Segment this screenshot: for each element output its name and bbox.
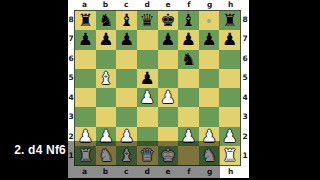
square-e6 <box>158 50 179 69</box>
white-pawn: ♟ <box>140 89 155 106</box>
rank-label-2: 2 <box>241 127 249 147</box>
square-a6 <box>75 50 96 69</box>
square-d8: ♛ <box>137 11 158 30</box>
square-d4: ♟ <box>137 88 158 107</box>
black-knight: ♞ <box>98 12 113 29</box>
black-pawn: ♟ <box>78 31 93 48</box>
square-h1: ♜ <box>219 146 240 165</box>
square-h4 <box>219 88 240 107</box>
square-g7: ♟ <box>199 30 220 49</box>
file-label-h: h <box>220 166 241 178</box>
square-h2: ♟ <box>219 127 240 146</box>
square-f5 <box>178 69 199 88</box>
black-pawn: ♟ <box>201 31 216 48</box>
square-b6 <box>96 50 117 69</box>
square-a7: ♟ <box>75 30 96 49</box>
square-a4 <box>75 88 96 107</box>
white-rook: ♜ <box>222 146 237 163</box>
black-rook: ♜ <box>222 12 237 29</box>
square-c7: ♟ <box>116 30 137 49</box>
move-origin-dot <box>207 19 211 23</box>
square-a5 <box>75 69 96 88</box>
square-e4: ♟ <box>158 88 179 107</box>
black-pawn: ♟ <box>222 31 237 48</box>
white-pawn: ♟ <box>160 89 175 106</box>
square-c8: ♝ <box>116 11 137 30</box>
square-a8: ♜ <box>75 11 96 30</box>
black-pawn: ♟ <box>119 31 134 48</box>
square-h6 <box>219 50 240 69</box>
square-b8: ♞ <box>96 11 117 30</box>
rank-label-5: 5 <box>241 69 249 89</box>
black-bishop: ♝ <box>119 12 134 29</box>
file-label-g: g <box>199 0 220 10</box>
square-b7: ♟ <box>96 30 117 49</box>
square-d6 <box>137 50 158 69</box>
black-queen: ♛ <box>140 12 155 29</box>
black-bishop: ♝ <box>181 12 196 29</box>
square-c4 <box>116 88 137 107</box>
square-f7: ♟ <box>178 30 199 49</box>
rank-label-3: 3 <box>241 108 249 128</box>
rank-label-8: 8 <box>241 10 249 30</box>
square-h5 <box>219 69 240 88</box>
square-f4 <box>178 88 199 107</box>
square-g6 <box>199 50 220 69</box>
square-c3 <box>116 107 137 126</box>
square-d7 <box>137 30 158 49</box>
rank-label-7: 7 <box>241 30 249 50</box>
black-rook: ♜ <box>78 12 93 29</box>
file-label-e: e <box>158 0 179 10</box>
square-d5: ♟ <box>137 69 158 88</box>
file-labels-top: abcdefgh <box>74 0 241 10</box>
file-label-d: d <box>137 0 158 10</box>
file-label-b: b <box>95 0 116 10</box>
file-label-a: a <box>74 0 95 10</box>
black-pawn: ♟ <box>160 31 175 48</box>
square-g5 <box>199 69 220 88</box>
square-g8 <box>199 11 220 30</box>
rank-labels-right: 87654321 <box>241 10 249 166</box>
square-c6 <box>116 50 137 69</box>
square-f8: ♝ <box>178 11 199 30</box>
square-b5: ♝ <box>96 69 117 88</box>
rank-label-4: 4 <box>241 88 249 108</box>
square-a3 <box>75 107 96 126</box>
file-label-h: h <box>220 0 241 10</box>
square-c5 <box>116 69 137 88</box>
square-g4 <box>199 88 220 107</box>
square-e8: ♚ <box>158 11 179 30</box>
black-pawn: ♟ <box>181 31 196 48</box>
square-e3 <box>158 107 179 126</box>
black-pawn: ♟ <box>140 69 155 86</box>
move-annotation: 2. d4 Nf6 <box>0 143 66 157</box>
white-bishop: ♝ <box>98 69 113 86</box>
square-e7: ♟ <box>158 30 179 49</box>
rank-label-6: 6 <box>241 49 249 69</box>
rank-label-1: 1 <box>241 147 249 167</box>
square-g3 <box>199 107 220 126</box>
square-b4 <box>96 88 117 107</box>
square-e5 <box>158 69 179 88</box>
file-label-f: f <box>178 0 199 10</box>
square-f3 <box>178 107 199 126</box>
square-h3 <box>219 107 240 126</box>
black-king: ♚ <box>160 12 175 29</box>
black-pawn: ♟ <box>98 31 113 48</box>
video-frame[interactable]: abcdefgh 87654321 ♜♞♝♛♚♝♜♟♟♟♟♟♟♟♞♝♟♟♟♟♟♟… <box>0 0 320 180</box>
white-pawn: ♟ <box>222 127 237 144</box>
square-b3 <box>96 107 117 126</box>
square-f6: ♞ <box>178 50 199 69</box>
square-h8: ♜ <box>219 11 240 30</box>
file-label-c: c <box>116 0 137 10</box>
square-d3 <box>137 107 158 126</box>
black-knight: ♞ <box>181 50 196 67</box>
square-h7: ♟ <box>219 30 240 49</box>
